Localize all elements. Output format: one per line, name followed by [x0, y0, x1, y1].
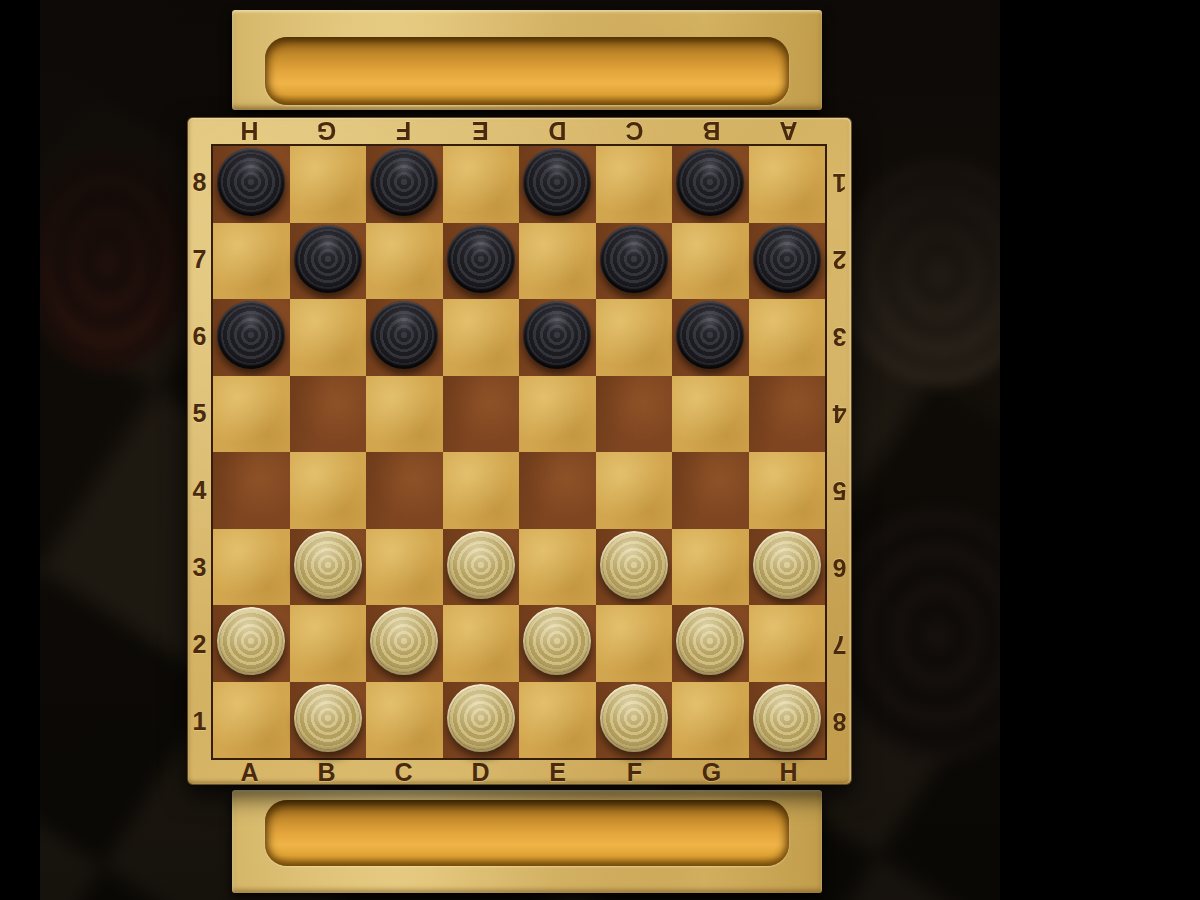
file-label-c: C — [365, 759, 442, 786]
rank-label-7: 7 — [188, 221, 211, 298]
square-c5[interactable] — [366, 376, 443, 453]
square-d5[interactable] — [443, 376, 520, 453]
square-f2[interactable] — [596, 605, 673, 682]
rank-label-6: 6 — [188, 298, 211, 375]
file-label-d: D — [519, 118, 596, 144]
rank-label-8: 8 — [827, 683, 852, 760]
rank-label-4: 4 — [827, 375, 852, 452]
square-f4[interactable] — [596, 452, 673, 529]
file-label-b: B — [673, 118, 750, 144]
square-h3[interactable] — [749, 529, 826, 606]
file-label-a: A — [211, 759, 288, 786]
square-b3[interactable] — [290, 529, 367, 606]
black-piece-a6[interactable] — [217, 301, 285, 369]
square-g6[interactable] — [672, 299, 749, 376]
black-piece-f7[interactable] — [600, 225, 668, 293]
square-b1[interactable] — [290, 682, 367, 759]
square-a8[interactable] — [213, 146, 290, 223]
file-label-h: H — [750, 759, 827, 786]
square-h4[interactable] — [749, 452, 826, 529]
file-label-a: A — [750, 118, 827, 144]
file-label-g: G — [288, 118, 365, 144]
square-f8[interactable] — [596, 146, 673, 223]
black-piece-b7[interactable] — [294, 225, 362, 293]
square-e4[interactable] — [519, 452, 596, 529]
square-d2[interactable] — [443, 605, 520, 682]
black-piece-h7[interactable] — [753, 225, 821, 293]
square-a2[interactable] — [213, 605, 290, 682]
square-a6[interactable] — [213, 299, 290, 376]
rank-label-5: 5 — [188, 375, 211, 452]
black-piece-e6[interactable] — [523, 301, 591, 369]
square-g7[interactable] — [672, 223, 749, 300]
rank-label-1: 1 — [188, 683, 211, 760]
white-piece-d3[interactable] — [447, 531, 515, 599]
square-e2[interactable] — [519, 605, 596, 682]
black-piece-c6[interactable] — [370, 301, 438, 369]
black-piece-a8[interactable] — [217, 148, 285, 216]
square-h2[interactable] — [749, 605, 826, 682]
square-a1[interactable] — [213, 682, 290, 759]
white-piece-c2[interactable] — [370, 607, 438, 675]
black-piece-g8[interactable] — [676, 148, 744, 216]
white-piece-h1[interactable] — [753, 684, 821, 752]
square-e1[interactable] — [519, 682, 596, 759]
square-c2[interactable] — [366, 605, 443, 682]
file-label-h: H — [211, 118, 288, 144]
rank-label-8: 8 — [188, 144, 211, 221]
square-h5[interactable] — [749, 376, 826, 453]
square-f7[interactable] — [596, 223, 673, 300]
square-b2[interactable] — [290, 605, 367, 682]
black-piece-c8[interactable] — [370, 148, 438, 216]
square-g8[interactable] — [672, 146, 749, 223]
rank-labels-right: 12345678 — [827, 144, 852, 760]
square-a3[interactable] — [213, 529, 290, 606]
black-piece-e8[interactable] — [523, 148, 591, 216]
square-g1[interactable] — [672, 682, 749, 759]
file-label-f: F — [365, 118, 442, 144]
file-label-f: F — [596, 759, 673, 786]
square-b4[interactable] — [290, 452, 367, 529]
square-g2[interactable] — [672, 605, 749, 682]
square-f3[interactable] — [596, 529, 673, 606]
square-c7[interactable] — [366, 223, 443, 300]
square-h8[interactable] — [749, 146, 826, 223]
rank-label-3: 3 — [188, 529, 211, 606]
file-label-c: C — [596, 118, 673, 144]
square-c3[interactable] — [366, 529, 443, 606]
black-piece-g6[interactable] — [676, 301, 744, 369]
square-h6[interactable] — [749, 299, 826, 376]
tray-groove-bottom — [265, 800, 789, 866]
captured-pieces-tray-bottom — [232, 790, 822, 893]
captured-pieces-tray-top — [232, 10, 822, 110]
square-a4[interactable] — [213, 452, 290, 529]
square-h1[interactable] — [749, 682, 826, 759]
rank-label-2: 2 — [188, 606, 211, 683]
square-d8[interactable] — [443, 146, 520, 223]
white-piece-b1[interactable] — [294, 684, 362, 752]
square-c4[interactable] — [366, 452, 443, 529]
square-c1[interactable] — [366, 682, 443, 759]
square-a7[interactable] — [213, 223, 290, 300]
checkers-game-screen: HGFEDCBA ABCDEFGH 87654321 12345678 — [0, 0, 1200, 900]
rank-label-1: 1 — [827, 144, 852, 221]
square-b7[interactable] — [290, 223, 367, 300]
square-h7[interactable] — [749, 223, 826, 300]
square-f1[interactable] — [596, 682, 673, 759]
file-label-e: E — [442, 118, 519, 144]
rank-label-3: 3 — [827, 298, 852, 375]
tray-groove-top — [265, 37, 789, 105]
square-d4[interactable] — [443, 452, 520, 529]
rank-label-4: 4 — [188, 452, 211, 529]
square-c6[interactable] — [366, 299, 443, 376]
white-piece-h3[interactable] — [753, 531, 821, 599]
square-e6[interactable] — [519, 299, 596, 376]
file-label-g: G — [673, 759, 750, 786]
square-g3[interactable] — [672, 529, 749, 606]
file-label-b: B — [288, 759, 365, 786]
white-piece-d1[interactable] — [447, 684, 515, 752]
square-c8[interactable] — [366, 146, 443, 223]
square-d7[interactable] — [443, 223, 520, 300]
square-e3[interactable] — [519, 529, 596, 606]
square-d6[interactable] — [443, 299, 520, 376]
square-b5[interactable] — [290, 376, 367, 453]
white-piece-e2[interactable] — [523, 607, 591, 675]
square-f5[interactable] — [596, 376, 673, 453]
square-e8[interactable] — [519, 146, 596, 223]
square-e7[interactable] — [519, 223, 596, 300]
rank-label-5: 5 — [827, 452, 852, 529]
white-piece-a2[interactable] — [217, 607, 285, 675]
file-label-d: D — [442, 759, 519, 786]
square-g4[interactable] — [672, 452, 749, 529]
rank-label-7: 7 — [827, 606, 852, 683]
square-b6[interactable] — [290, 299, 367, 376]
checkers-board: HGFEDCBA ABCDEFGH 87654321 12345678 — [187, 117, 852, 785]
square-g5[interactable] — [672, 376, 749, 453]
square-a5[interactable] — [213, 376, 290, 453]
square-d1[interactable] — [443, 682, 520, 759]
rank-label-2: 2 — [827, 221, 852, 298]
square-f6[interactable] — [596, 299, 673, 376]
black-piece-d7[interactable] — [447, 225, 515, 293]
rank-labels-left: 87654321 — [188, 144, 211, 760]
white-piece-b3[interactable] — [294, 531, 362, 599]
file-label-e: E — [519, 759, 596, 786]
file-labels-top: HGFEDCBA — [211, 118, 827, 144]
square-d3[interactable] — [443, 529, 520, 606]
rank-label-6: 6 — [827, 529, 852, 606]
square-b8[interactable] — [290, 146, 367, 223]
white-piece-f3[interactable] — [600, 531, 668, 599]
white-piece-f1[interactable] — [600, 684, 668, 752]
file-labels-bottom: ABCDEFGH — [211, 759, 827, 786]
white-piece-g2[interactable] — [676, 607, 744, 675]
square-e5[interactable] — [519, 376, 596, 453]
board-squares-grid — [211, 144, 827, 760]
